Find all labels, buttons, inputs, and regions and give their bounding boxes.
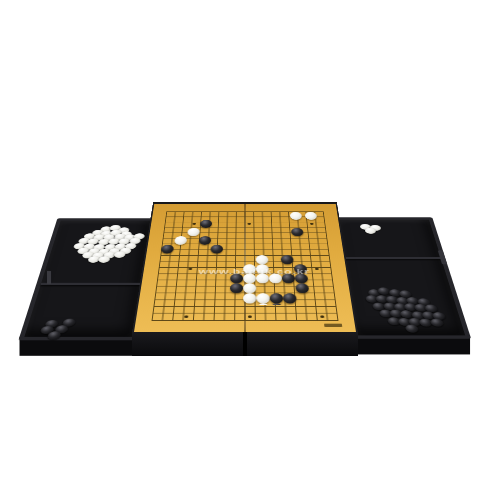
black-stone[interactable] [198,236,211,245]
left-tray-front-compartment [24,283,141,337]
tray-black-stone [46,331,61,339]
star-point [248,316,252,319]
right-tray-divider [344,257,441,259]
tray-white-stone [365,228,377,234]
white-stone[interactable] [255,255,268,264]
black-stone[interactable] [230,283,243,293]
board-play-area: www.baduk.co.kr [146,209,344,324]
right-tray-front-face [352,335,470,354]
right-tray-black-pile [344,257,465,336]
photo-watermark: www.baduk.co.kr [162,267,346,276]
tray-white-stone [114,251,126,257]
tray-black-stone [429,319,444,327]
left-tray-divider [41,283,142,285]
black-stone[interactable] [295,283,309,293]
left-tray-white-pile [41,221,151,283]
black-stone[interactable] [210,245,223,254]
black-stone[interactable] [270,303,284,314]
white-stone[interactable] [256,303,270,314]
left-tray-front-face [20,337,138,356]
star-point [247,223,250,225]
brand-stamp [324,324,342,327]
tray-white-stone [98,256,111,263]
white-stone[interactable] [187,228,200,236]
star-point [192,223,196,225]
black-stone[interactable] [160,245,173,254]
black-stone[interactable] [280,255,293,264]
white-stone[interactable] [289,212,301,220]
black-stone[interactable] [282,293,296,303]
black-stone[interactable] [291,228,304,236]
white-stone[interactable] [305,212,318,220]
tabletop-3d-plane: www.baduk.co.kr [10,200,480,332]
board-front-face [132,332,358,356]
white-stone[interactable] [243,283,256,293]
star-point [320,316,324,319]
right-tray-back-compartment [339,220,441,257]
black-stone[interactable] [269,293,283,303]
star-point [184,316,188,319]
left-tray-divider-post [47,271,51,284]
go-board-wrap: www.baduk.co.kr [132,202,358,332]
white-stone[interactable] [256,293,270,303]
go-set-product-photo: www.baduk.co.kr [0,0,490,490]
black-stone[interactable] [200,220,212,228]
tray-black-stone [404,325,418,333]
white-stone[interactable] [243,293,256,303]
go-board[interactable]: www.baduk.co.kr [132,202,358,332]
right-tray-latch [438,250,448,264]
white-stone[interactable] [174,236,187,245]
star-point [310,223,314,225]
